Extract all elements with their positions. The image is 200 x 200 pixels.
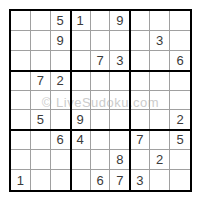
cell-r7c1[interactable] [11, 130, 31, 150]
cell-r6c1[interactable] [11, 110, 31, 130]
cell-r9c9[interactable] [170, 170, 190, 190]
cell-r8c1[interactable] [11, 150, 31, 170]
cell-r6c7[interactable] [130, 110, 150, 130]
box-divider-horizontal-1 [11, 70, 190, 72]
cell-r9c7: 3 [130, 170, 150, 190]
cell-r6c9: 2 [170, 110, 190, 130]
cell-r5c7[interactable] [130, 91, 150, 111]
cell-r6c4: 9 [71, 110, 91, 130]
cell-r3c2[interactable] [31, 51, 51, 71]
cell-r8c3[interactable] [51, 150, 71, 170]
cell-r7c3: 6 [51, 130, 71, 150]
cell-r5c6[interactable] [110, 91, 130, 111]
cell-r1c8[interactable] [150, 11, 170, 31]
cell-r3c1[interactable] [11, 51, 31, 71]
cell-r8c8: 2 [150, 150, 170, 170]
cell-r5c9[interactable] [170, 91, 190, 111]
cell-r8c7[interactable] [130, 150, 150, 170]
cell-r8c9[interactable] [170, 150, 190, 170]
cell-r7c2[interactable] [31, 130, 51, 150]
cell-r6c5[interactable] [91, 110, 111, 130]
cell-r7c9: 5 [170, 130, 190, 150]
sudoku-board: © LiveSudoku.com 51993736725926475821673 [9, 9, 192, 192]
cell-r5c3[interactable] [51, 91, 71, 111]
cell-r7c6[interactable] [110, 130, 130, 150]
cell-r9c1: 1 [11, 170, 31, 190]
cell-r2c6[interactable] [110, 31, 130, 51]
cell-r4c6[interactable] [110, 71, 130, 91]
cell-r2c8: 3 [150, 31, 170, 51]
sudoku-grid: 51993736725926475821673 [11, 11, 190, 190]
cell-r2c2[interactable] [31, 31, 51, 51]
cell-r2c1[interactable] [11, 31, 31, 51]
cell-r8c2[interactable] [31, 150, 51, 170]
cell-r4c7[interactable] [130, 71, 150, 91]
cell-r2c3: 9 [51, 31, 71, 51]
cell-r2c9[interactable] [170, 31, 190, 51]
cell-r5c5[interactable] [91, 91, 111, 111]
cell-r3c8[interactable] [150, 51, 170, 71]
cell-r4c9[interactable] [170, 71, 190, 91]
cell-r6c3[interactable] [51, 110, 71, 130]
cell-r4c1[interactable] [11, 71, 31, 91]
cell-r1c4: 1 [71, 11, 91, 31]
cell-r2c5[interactable] [91, 31, 111, 51]
cell-r3c3[interactable] [51, 51, 71, 71]
cell-r7c4: 4 [71, 130, 91, 150]
cell-r6c8[interactable] [150, 110, 170, 130]
cell-r5c4[interactable] [71, 91, 91, 111]
cell-r3c7[interactable] [130, 51, 150, 71]
box-divider-vertical-1 [70, 11, 72, 190]
cell-r1c7[interactable] [130, 11, 150, 31]
cell-r1c9[interactable] [170, 11, 190, 31]
cell-r9c6: 7 [110, 170, 130, 190]
cell-r5c8[interactable] [150, 91, 170, 111]
cell-r9c5: 6 [91, 170, 111, 190]
cell-r1c3: 5 [51, 11, 71, 31]
cell-r9c2[interactable] [31, 170, 51, 190]
box-divider-horizontal-2 [11, 129, 190, 131]
cell-r2c7[interactable] [130, 31, 150, 51]
cell-r1c6: 9 [110, 11, 130, 31]
cell-r3c5: 7 [91, 51, 111, 71]
cell-r5c1[interactable] [11, 91, 31, 111]
cell-r1c1[interactable] [11, 11, 31, 31]
cell-r4c2: 7 [31, 71, 51, 91]
cell-r1c2[interactable] [31, 11, 51, 31]
cell-r7c7: 7 [130, 130, 150, 150]
cell-r9c3[interactable] [51, 170, 71, 190]
cell-r3c6: 3 [110, 51, 130, 71]
cell-r9c8[interactable] [150, 170, 170, 190]
cell-r8c4[interactable] [71, 150, 91, 170]
cell-r4c5[interactable] [91, 71, 111, 91]
cell-r8c5[interactable] [91, 150, 111, 170]
cell-r7c5[interactable] [91, 130, 111, 150]
cell-r3c9: 6 [170, 51, 190, 71]
cell-r3c4[interactable] [71, 51, 91, 71]
box-divider-vertical-2 [129, 11, 131, 190]
cell-r1c5[interactable] [91, 11, 111, 31]
cell-r7c8[interactable] [150, 130, 170, 150]
cell-r2c4[interactable] [71, 31, 91, 51]
cell-r4c4[interactable] [71, 71, 91, 91]
cell-r8c6: 8 [110, 150, 130, 170]
cell-r4c3: 2 [51, 71, 71, 91]
cell-r6c6[interactable] [110, 110, 130, 130]
cell-r4c8[interactable] [150, 71, 170, 91]
cell-r6c2: 5 [31, 110, 51, 130]
cell-r9c4[interactable] [71, 170, 91, 190]
cell-r5c2[interactable] [31, 91, 51, 111]
